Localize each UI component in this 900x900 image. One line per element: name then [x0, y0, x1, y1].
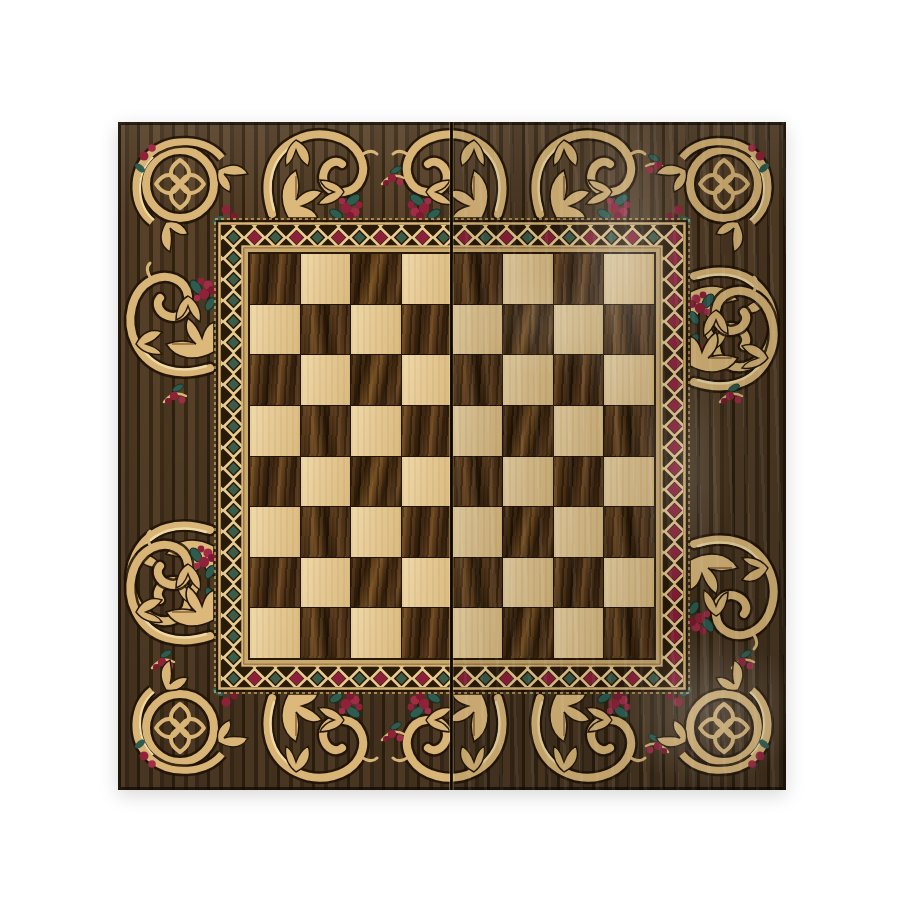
floral-border-left — [130, 263, 217, 670]
square-g8[interactable] — [554, 254, 604, 304]
square-b7[interactable] — [301, 305, 351, 355]
square-c2[interactable] — [351, 558, 401, 608]
square-e5[interactable] — [453, 406, 503, 456]
square-g4[interactable] — [554, 457, 604, 507]
square-a7[interactable] — [250, 305, 300, 355]
square-a3[interactable] — [250, 507, 300, 557]
square-d2[interactable] — [402, 558, 452, 608]
square-a5[interactable] — [250, 406, 300, 456]
square-e3[interactable] — [453, 507, 503, 557]
square-f3[interactable] — [503, 507, 553, 557]
square-a2[interactable] — [250, 558, 300, 608]
square-g1[interactable] — [554, 608, 604, 658]
square-e8[interactable] — [453, 254, 503, 304]
board-photo — [0, 0, 900, 900]
square-f7[interactable] — [503, 305, 553, 355]
square-f4[interactable] — [503, 457, 553, 507]
square-h3[interactable] — [604, 507, 654, 557]
square-a8[interactable] — [250, 254, 300, 304]
square-e2[interactable] — [453, 558, 503, 608]
square-b4[interactable] — [301, 457, 351, 507]
square-c1[interactable] — [351, 608, 401, 658]
square-e1[interactable] — [453, 608, 503, 658]
square-c4[interactable] — [351, 457, 401, 507]
square-b3[interactable] — [301, 507, 351, 557]
square-b2[interactable] — [301, 558, 351, 608]
square-c5[interactable] — [351, 406, 401, 456]
square-b1[interactable] — [301, 608, 351, 658]
square-c7[interactable] — [351, 305, 401, 355]
square-b5[interactable] — [301, 406, 351, 456]
square-h8[interactable] — [604, 254, 654, 304]
square-h1[interactable] — [604, 608, 654, 658]
square-a4[interactable] — [250, 457, 300, 507]
square-b6[interactable] — [301, 355, 351, 405]
square-f5[interactable] — [503, 406, 553, 456]
square-h7[interactable] — [604, 305, 654, 355]
square-e6[interactable] — [453, 355, 503, 405]
square-g5[interactable] — [554, 406, 604, 456]
square-h5[interactable] — [604, 406, 654, 456]
square-e7[interactable] — [453, 305, 503, 355]
floral-border-top — [267, 134, 668, 221]
square-d8[interactable] — [402, 254, 452, 304]
square-d4[interactable] — [402, 457, 452, 507]
floral-border-bottom — [267, 691, 668, 778]
square-a6[interactable] — [250, 355, 300, 405]
square-b8[interactable] — [301, 254, 351, 304]
square-e4[interactable] — [453, 457, 503, 507]
square-d6[interactable] — [402, 355, 452, 405]
square-a1[interactable] — [250, 608, 300, 658]
square-c8[interactable] — [351, 254, 401, 304]
square-c6[interactable] — [351, 355, 401, 405]
square-f1[interactable] — [503, 608, 553, 658]
square-d3[interactable] — [402, 507, 452, 557]
square-h4[interactable] — [604, 457, 654, 507]
square-g7[interactable] — [554, 305, 604, 355]
hinge-seam — [449, 122, 454, 790]
floral-border-right — [687, 271, 774, 670]
square-d7[interactable] — [402, 305, 452, 355]
square-f2[interactable] — [503, 558, 553, 608]
square-h6[interactable] — [604, 355, 654, 405]
square-f6[interactable] — [503, 355, 553, 405]
square-h2[interactable] — [604, 558, 654, 608]
square-g6[interactable] — [554, 355, 604, 405]
square-g3[interactable] — [554, 507, 604, 557]
square-d1[interactable] — [402, 608, 452, 658]
square-d5[interactable] — [402, 406, 452, 456]
square-f8[interactable] — [503, 254, 553, 304]
square-c3[interactable] — [351, 507, 401, 557]
folding-chess-board — [118, 122, 786, 790]
square-g2[interactable] — [554, 558, 604, 608]
